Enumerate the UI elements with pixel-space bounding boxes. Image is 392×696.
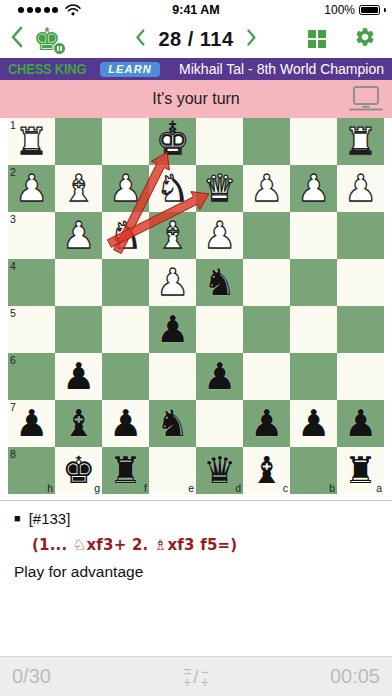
brand-bar: CHESS KING LEARN Mikhail Tal - 8th World… <box>0 58 392 80</box>
square-h8[interactable]: 8h <box>8 447 55 494</box>
black-pawn-piece: ♟ <box>337 400 384 447</box>
rank-label: 6 <box>10 354 16 366</box>
square-h2[interactable]: 2♟ <box>8 165 55 212</box>
rank-label: 2 <box>10 166 16 178</box>
black-pawn-piece: ♟ <box>149 306 196 353</box>
square-h7[interactable]: 7♟ <box>8 400 55 447</box>
square-g6[interactable]: ♟ <box>55 353 102 400</box>
square-g1[interactable] <box>55 118 102 165</box>
square-g8[interactable]: g♚ <box>55 447 102 494</box>
white-knight-piece: ♞ <box>102 212 149 259</box>
square-g2[interactable]: ♝ <box>55 165 102 212</box>
chess-king-app-logo-icon[interactable]: ♚ <box>29 21 65 57</box>
square-d7[interactable] <box>196 400 243 447</box>
black-knight-piece: ♞ <box>196 259 243 306</box>
square-a5[interactable] <box>337 306 384 353</box>
turn-banner: It's your turn <box>0 80 392 118</box>
bottom-bar: 0/30 =+/−+ 00:05 <box>0 656 392 696</box>
square-f4[interactable] <box>102 259 149 306</box>
square-a8[interactable]: a♜ <box>337 447 384 494</box>
app-screen: 9:41 AM 100% ♚ 28 / 114 <box>0 0 392 696</box>
square-d6[interactable]: ♟ <box>196 353 243 400</box>
turn-text: It's your turn <box>152 90 240 108</box>
next-puzzle-button[interactable] <box>247 29 257 50</box>
computer-icon <box>348 85 384 117</box>
rank-label: 7 <box>10 401 16 413</box>
square-c6[interactable] <box>243 353 290 400</box>
white-pawn-piece: ♟ <box>337 165 384 212</box>
square-c5[interactable] <box>243 306 290 353</box>
square-c7[interactable]: ♟ <box>243 400 290 447</box>
square-b7[interactable]: ♟ <box>290 400 337 447</box>
square-h6[interactable]: 6 <box>8 353 55 400</box>
square-b5[interactable] <box>290 306 337 353</box>
file-label: c <box>283 482 288 494</box>
square-h1[interactable]: 1♜ <box>8 118 55 165</box>
square-c1[interactable] <box>243 118 290 165</box>
square-a7[interactable]: ♟ <box>337 400 384 447</box>
square-b1[interactable] <box>290 118 337 165</box>
black-pawn-piece: ♟ <box>243 400 290 447</box>
back-button[interactable] <box>10 26 24 52</box>
black-to-move-bullet: ■ <box>14 511 21 526</box>
square-a6[interactable] <box>337 353 384 400</box>
puzzle-list-grid-button[interactable] <box>308 30 326 48</box>
settings-gear-button[interactable] <box>354 26 376 52</box>
square-f7[interactable]: ♟ <box>102 400 149 447</box>
square-c2[interactable]: ♟ <box>243 165 290 212</box>
square-h3[interactable]: 3 <box>8 212 55 259</box>
square-e2[interactable]: ♞ <box>149 165 196 212</box>
solution-variation: (1... ♘xf3+ 2. ♗xf3 f5=) <box>32 536 378 554</box>
white-queen-piece: ♛ <box>196 165 243 212</box>
square-e4[interactable]: ♟ <box>149 259 196 306</box>
square-g4[interactable] <box>55 259 102 306</box>
pause-badge-icon <box>53 42 66 55</box>
square-h5[interactable]: 5 <box>8 306 55 353</box>
square-b2[interactable]: ♟ <box>290 165 337 212</box>
check-indicator: + <box>168 116 176 132</box>
square-c3[interactable] <box>243 212 290 259</box>
square-g5[interactable] <box>55 306 102 353</box>
rank-label: 5 <box>10 307 16 319</box>
square-f8[interactable]: f♜ <box>102 447 149 494</box>
square-c8[interactable]: c♝ <box>243 447 290 494</box>
square-f2[interactable]: ♟ <box>102 165 149 212</box>
black-rook-piece: ♜ <box>102 447 149 494</box>
white-pawn-piece: ♟ <box>149 259 196 306</box>
square-a4[interactable] <box>337 259 384 306</box>
chess-board: 1♜♚♜2♟♝♟♞♛♟♟♟3♟♞♝♟4♟♞5♟6♟♟7♟♝♟♞♟♟♟8hg♚f♜… <box>8 118 384 494</box>
rank-label: 1 <box>10 119 16 131</box>
file-label: h <box>47 482 53 494</box>
square-e3[interactable]: ♝ <box>149 212 196 259</box>
black-pawn-piece: ♟ <box>55 353 102 400</box>
white-pawn-piece: ♟ <box>102 165 149 212</box>
square-d3[interactable]: ♟ <box>196 212 243 259</box>
square-a3[interactable] <box>337 212 384 259</box>
square-b4[interactable] <box>290 259 337 306</box>
white-pawn-piece: ♟ <box>243 165 290 212</box>
square-f3[interactable]: ♞ <box>102 212 149 259</box>
score-counter: 0/30 <box>12 665 51 688</box>
square-g3[interactable]: ♟ <box>55 212 102 259</box>
board-divider <box>0 500 392 501</box>
battery-icon <box>359 5 380 15</box>
square-d4[interactable]: ♞ <box>196 259 243 306</box>
square-d5[interactable] <box>196 306 243 353</box>
square-e8[interactable]: e <box>149 447 196 494</box>
square-d1[interactable] <box>196 118 243 165</box>
file-label: b <box>329 482 335 494</box>
square-f6[interactable] <box>102 353 149 400</box>
rank-label: 4 <box>10 260 16 272</box>
square-g7[interactable]: ♝ <box>55 400 102 447</box>
course-title: Mikhail Tal - 8th World Champion <box>179 61 384 77</box>
status-time: 9:41 AM <box>0 3 392 17</box>
black-pawn-piece: ♟ <box>102 400 149 447</box>
elapsed-time: 00:05 <box>330 665 380 688</box>
white-pawn-piece: ♟ <box>55 212 102 259</box>
chess-king-wordmark: CHESS KING <box>8 61 86 77</box>
square-b6[interactable] <box>290 353 337 400</box>
black-pawn-piece: ♟ <box>290 400 337 447</box>
file-label: a <box>376 482 382 494</box>
puzzle-number: [#133] <box>29 510 71 527</box>
file-label: e <box>188 482 194 494</box>
white-bishop-piece: ♝ <box>149 212 196 259</box>
square-c4[interactable] <box>243 259 290 306</box>
file-label: d <box>235 482 241 494</box>
file-label: g <box>94 482 100 494</box>
learn-badge: LEARN <box>100 62 160 77</box>
square-e6[interactable] <box>149 353 196 400</box>
square-a2[interactable]: ♟ <box>337 165 384 212</box>
square-f5[interactable] <box>102 306 149 353</box>
black-pawn-piece: ♟ <box>196 353 243 400</box>
square-b8[interactable]: b <box>290 447 337 494</box>
square-e7[interactable]: ♞ <box>149 400 196 447</box>
square-d8[interactable]: d♛ <box>196 447 243 494</box>
puzzle-counter: 28 / 114 <box>158 28 233 51</box>
white-pawn-piece: ♟ <box>290 165 337 212</box>
square-f1[interactable] <box>102 118 149 165</box>
square-h4[interactable]: 4 <box>8 259 55 306</box>
white-pawn-piece: ♟ <box>196 212 243 259</box>
square-b3[interactable] <box>290 212 337 259</box>
puzzle-caption: ■ [#133] (1... ♘xf3+ 2. ♗xf3 f5=) Play f… <box>0 494 392 581</box>
white-rook-piece: ♜ <box>337 118 384 165</box>
white-bishop-piece: ♝ <box>55 165 102 212</box>
file-label: f <box>144 482 147 494</box>
rank-label: 8 <box>10 448 16 460</box>
square-a1[interactable]: ♜ <box>337 118 384 165</box>
nav-bar: ♚ 28 / 114 <box>0 20 392 58</box>
black-knight-piece: ♞ <box>149 400 196 447</box>
puzzle-goal-text: Play for advantage <box>14 563 378 581</box>
white-knight-piece: ♞ <box>149 165 196 212</box>
target-evaluation: =+/−+ <box>183 666 209 688</box>
status-bar: 9:41 AM 100% <box>0 0 392 20</box>
square-e5[interactable]: ♟ <box>149 306 196 353</box>
square-d2[interactable]: ♛ <box>196 165 243 212</box>
previous-puzzle-button[interactable] <box>135 29 145 50</box>
black-bishop-piece: ♝ <box>55 400 102 447</box>
rank-label: 3 <box>10 213 16 225</box>
